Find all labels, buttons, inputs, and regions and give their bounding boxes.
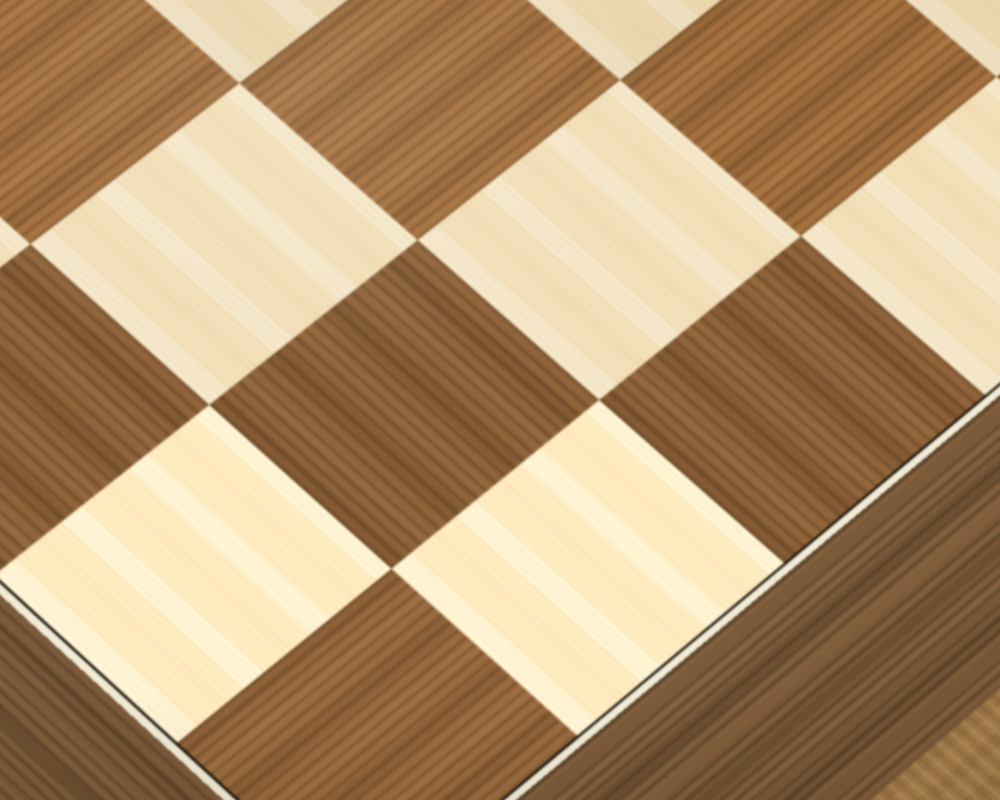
photo-layer [0,0,1000,800]
chessboard-photo [0,0,1000,800]
